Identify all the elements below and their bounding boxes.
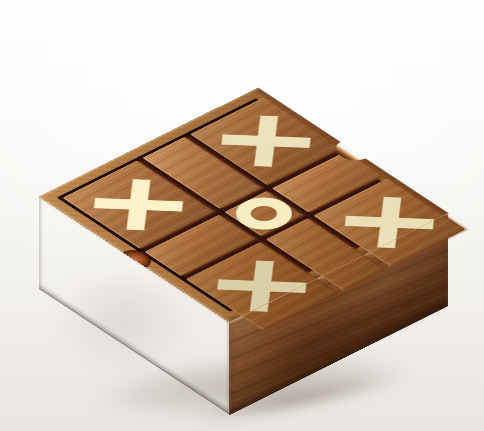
cell-r2c1 xyxy=(144,215,255,276)
photo-stage: ×××× xyxy=(0,0,484,431)
game-box: ×××× xyxy=(38,88,447,323)
scene: ×××× xyxy=(0,0,484,431)
